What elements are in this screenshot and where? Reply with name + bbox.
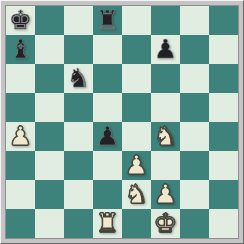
square-h8[interactable] — [209, 6, 238, 35]
square-e8[interactable] — [122, 6, 151, 35]
square-c1[interactable] — [64, 209, 93, 238]
square-h1[interactable] — [209, 209, 238, 238]
square-f1[interactable]: ♚ — [151, 209, 180, 238]
square-h7[interactable] — [209, 35, 238, 64]
piece-black-pawn[interactable]: ♟ — [93, 122, 122, 151]
piece-black-knight[interactable]: ♞ — [64, 64, 93, 93]
square-e5[interactable] — [122, 93, 151, 122]
square-a5[interactable] — [6, 93, 35, 122]
square-c2[interactable] — [64, 180, 93, 209]
square-d7[interactable] — [93, 35, 122, 64]
square-f6[interactable] — [151, 64, 180, 93]
square-f4[interactable]: ♞ — [151, 122, 180, 151]
square-b1[interactable] — [35, 209, 64, 238]
square-f2[interactable]: ♟ — [151, 180, 180, 209]
square-c6[interactable]: ♞ — [64, 64, 93, 93]
square-c3[interactable] — [64, 151, 93, 180]
square-a6[interactable] — [6, 64, 35, 93]
square-d6[interactable] — [93, 64, 122, 93]
square-h6[interactable] — [209, 64, 238, 93]
square-e3[interactable]: ♟ — [122, 151, 151, 180]
chess-board: ♚♜♝♟♞♟♟♞♟♞♟♜♚ — [5, 5, 239, 239]
square-a1[interactable] — [6, 209, 35, 238]
square-g8[interactable] — [180, 6, 209, 35]
square-f5[interactable] — [151, 93, 180, 122]
square-a7[interactable]: ♝ — [6, 35, 35, 64]
square-f7[interactable]: ♟ — [151, 35, 180, 64]
piece-black-bishop[interactable]: ♝ — [6, 35, 35, 64]
square-g5[interactable] — [180, 93, 209, 122]
square-h3[interactable] — [209, 151, 238, 180]
square-d1[interactable]: ♜ — [93, 209, 122, 238]
square-a8[interactable]: ♚ — [6, 6, 35, 35]
square-b5[interactable] — [35, 93, 64, 122]
square-g3[interactable] — [180, 151, 209, 180]
square-d4[interactable]: ♟ — [93, 122, 122, 151]
square-b3[interactable] — [35, 151, 64, 180]
piece-black-rook[interactable]: ♜ — [93, 6, 122, 35]
square-f3[interactable] — [151, 151, 180, 180]
square-a3[interactable] — [6, 151, 35, 180]
square-e2[interactable]: ♞ — [122, 180, 151, 209]
square-g4[interactable] — [180, 122, 209, 151]
square-b2[interactable] — [35, 180, 64, 209]
square-b7[interactable] — [35, 35, 64, 64]
square-c5[interactable] — [64, 93, 93, 122]
piece-white-pawn[interactable]: ♟ — [122, 151, 151, 180]
piece-white-knight[interactable]: ♞ — [122, 180, 151, 209]
square-g6[interactable] — [180, 64, 209, 93]
square-g1[interactable] — [180, 209, 209, 238]
square-a4[interactable]: ♟ — [6, 122, 35, 151]
square-e4[interactable] — [122, 122, 151, 151]
square-a2[interactable] — [6, 180, 35, 209]
square-b6[interactable] — [35, 64, 64, 93]
square-h2[interactable] — [209, 180, 238, 209]
square-c4[interactable] — [64, 122, 93, 151]
square-d8[interactable]: ♜ — [93, 6, 122, 35]
square-d5[interactable] — [93, 93, 122, 122]
piece-white-king[interactable]: ♚ — [151, 209, 180, 238]
square-g2[interactable] — [180, 180, 209, 209]
square-e1[interactable] — [122, 209, 151, 238]
square-h4[interactable] — [209, 122, 238, 151]
square-d3[interactable] — [93, 151, 122, 180]
piece-white-rook[interactable]: ♜ — [93, 209, 122, 238]
piece-black-king[interactable]: ♚ — [6, 6, 35, 35]
piece-white-pawn[interactable]: ♟ — [151, 180, 180, 209]
square-f8[interactable] — [151, 6, 180, 35]
square-c7[interactable] — [64, 35, 93, 64]
piece-white-pawn[interactable]: ♟ — [6, 122, 35, 151]
square-b4[interactable] — [35, 122, 64, 151]
square-h5[interactable] — [209, 93, 238, 122]
piece-white-knight[interactable]: ♞ — [151, 122, 180, 151]
square-c8[interactable] — [64, 6, 93, 35]
square-e7[interactable] — [122, 35, 151, 64]
piece-black-pawn[interactable]: ♟ — [151, 35, 180, 64]
board-frame: ♚♜♝♟♞♟♟♞♟♞♟♜♚ — [0, 0, 244, 244]
square-g7[interactable] — [180, 35, 209, 64]
square-e6[interactable] — [122, 64, 151, 93]
square-b8[interactable] — [35, 6, 64, 35]
square-d2[interactable] — [93, 180, 122, 209]
